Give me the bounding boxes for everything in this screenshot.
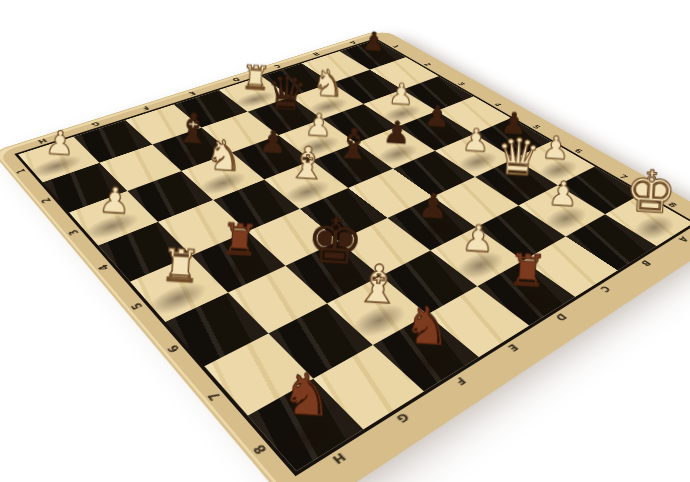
white-pawn-b3[interactable]: ♟ xyxy=(387,79,414,108)
white-bishop-f7[interactable]: ♝ xyxy=(354,258,404,310)
white-queen-b6[interactable]: ♛ xyxy=(494,132,542,183)
white-knight-f3[interactable]: ♞ xyxy=(204,135,244,177)
darkred-rook-d8[interactable]: ♜ xyxy=(507,249,549,293)
dark-pawn-b4[interactable]: ♟ xyxy=(423,101,451,131)
white-pawn-b5[interactable]: ♟ xyxy=(461,125,490,156)
chess-board: HGFEDCBA HGFEDCBA 12345678 12345678 ♟♜♟♝… xyxy=(0,30,690,482)
darkred-rook-g5[interactable]: ♜ xyxy=(219,219,260,262)
white-pawn-b7[interactable]: ♟ xyxy=(547,177,579,211)
darkred-knight-h8[interactable]: ♞ xyxy=(280,366,335,424)
dark-queen-d2[interactable]: ♛ xyxy=(264,70,308,116)
white-pawn-h3[interactable]: ♟ xyxy=(98,183,132,218)
photo-stage: HGFEDCBA HGFEDCBA 12345678 12345678 ♟♜♟♝… xyxy=(0,0,690,482)
dark-pawn-c4[interactable]: ♟ xyxy=(382,117,411,148)
camera-rotation: HGFEDCBA HGFEDCBA 12345678 12345678 ♟♜♟♝… xyxy=(0,0,690,482)
white-rook-h5[interactable]: ♜ xyxy=(159,244,201,289)
dark-pawn-e3[interactable]: ♟ xyxy=(258,126,288,158)
white-king-a8[interactable]: ♚ xyxy=(623,163,677,220)
perspective-wrapper: HGFEDCBA HGFEDCBA 12345678 12345678 ♟♜♟♝… xyxy=(0,0,690,482)
dark-bishop-d4[interactable]: ♝ xyxy=(334,123,374,165)
white-pawn-d3[interactable]: ♟ xyxy=(304,109,333,140)
playing-area: ♟♜♟♝♛♞♟♞♟♟♟♝♝♟♟♜♜♟♟♚♟♛♟♝♟♟♞♞♜♚ xyxy=(18,40,690,471)
white-knight-c2[interactable]: ♞ xyxy=(311,65,346,101)
darkred-knight-f8[interactable]: ♞ xyxy=(402,300,452,353)
white-bishop-e4[interactable]: ♝ xyxy=(287,141,329,185)
white-pawn-d7[interactable]: ♟ xyxy=(461,220,495,256)
dark-pawn-d6[interactable]: ♟ xyxy=(416,189,449,224)
